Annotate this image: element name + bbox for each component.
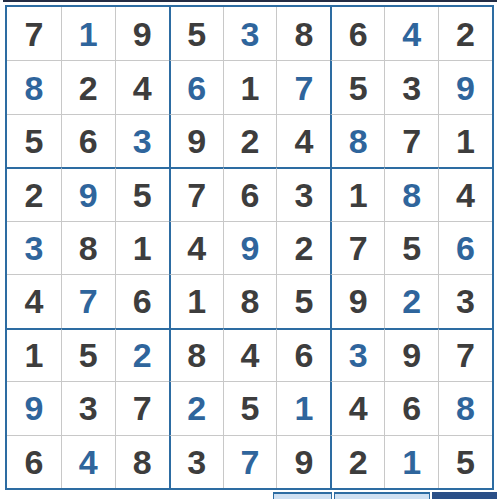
cell-r4c9[interactable]: 4 bbox=[438, 167, 492, 220]
cell-r3c6[interactable]: 4 bbox=[276, 114, 330, 167]
partial-button-right[interactable] bbox=[432, 492, 497, 499]
cell-r4c1[interactable]: 2 bbox=[7, 167, 61, 220]
cell-r6c3[interactable]: 6 bbox=[115, 274, 169, 327]
cell-r2c5[interactable]: 1 bbox=[223, 60, 277, 113]
cell-r4c8[interactable]: 8 bbox=[384, 167, 438, 220]
cell-r6c1[interactable]: 4 bbox=[7, 274, 61, 327]
cell-r5c3[interactable]: 1 bbox=[115, 221, 169, 274]
cell-r3c7[interactable]: 8 bbox=[330, 114, 384, 167]
cell-r1c2[interactable]: 1 bbox=[61, 7, 115, 60]
cell-r5c7[interactable]: 7 bbox=[330, 221, 384, 274]
cell-r5c9[interactable]: 6 bbox=[438, 221, 492, 274]
cell-r8c1[interactable]: 9 bbox=[7, 381, 61, 434]
cell-r7c9[interactable]: 7 bbox=[438, 328, 492, 381]
cell-r9c1[interactable]: 6 bbox=[7, 435, 61, 488]
cell-r6c6[interactable]: 5 bbox=[276, 274, 330, 327]
cell-r9c2[interactable]: 4 bbox=[61, 435, 115, 488]
cell-r3c4[interactable]: 9 bbox=[169, 114, 223, 167]
cell-r9c3[interactable]: 8 bbox=[115, 435, 169, 488]
partial-button-middle[interactable] bbox=[334, 492, 430, 499]
cell-r3c2[interactable]: 6 bbox=[61, 114, 115, 167]
cell-r9c7[interactable]: 2 bbox=[330, 435, 384, 488]
cell-r9c6[interactable]: 9 bbox=[276, 435, 330, 488]
cell-r7c4[interactable]: 8 bbox=[169, 328, 223, 381]
cell-r2c7[interactable]: 5 bbox=[330, 60, 384, 113]
cell-r5c1[interactable]: 3 bbox=[7, 221, 61, 274]
cell-r7c8[interactable]: 9 bbox=[384, 328, 438, 381]
cell-r2c1[interactable]: 8 bbox=[7, 60, 61, 113]
cell-r5c8[interactable]: 5 bbox=[384, 221, 438, 274]
cell-r2c9[interactable]: 9 bbox=[438, 60, 492, 113]
cell-r2c8[interactable]: 3 bbox=[384, 60, 438, 113]
cell-r3c9[interactable]: 1 bbox=[438, 114, 492, 167]
cell-r6c7[interactable]: 9 bbox=[330, 274, 384, 327]
cell-r5c4[interactable]: 4 bbox=[169, 221, 223, 274]
cell-r8c8[interactable]: 6 bbox=[384, 381, 438, 434]
cell-r6c5[interactable]: 8 bbox=[223, 274, 277, 327]
cell-r1c1[interactable]: 7 bbox=[7, 7, 61, 60]
cell-r5c2[interactable]: 8 bbox=[61, 221, 115, 274]
cell-r9c5[interactable]: 7 bbox=[223, 435, 277, 488]
cell-r1c4[interactable]: 5 bbox=[169, 7, 223, 60]
cell-r3c3[interactable]: 3 bbox=[115, 114, 169, 167]
cell-r4c3[interactable]: 5 bbox=[115, 167, 169, 220]
cell-r1c6[interactable]: 8 bbox=[276, 7, 330, 60]
cell-r5c6[interactable]: 2 bbox=[276, 221, 330, 274]
cell-r9c4[interactable]: 3 bbox=[169, 435, 223, 488]
cell-r1c5[interactable]: 3 bbox=[223, 7, 277, 60]
cell-r8c9[interactable]: 8 bbox=[438, 381, 492, 434]
cell-r7c3[interactable]: 2 bbox=[115, 328, 169, 381]
cell-r6c2[interactable]: 7 bbox=[61, 274, 115, 327]
cell-r2c4[interactable]: 6 bbox=[169, 60, 223, 113]
cell-r6c8[interactable]: 2 bbox=[384, 274, 438, 327]
cell-r2c6[interactable]: 7 bbox=[276, 60, 330, 113]
cell-r8c7[interactable]: 4 bbox=[330, 381, 384, 434]
cell-r9c9[interactable]: 5 bbox=[438, 435, 492, 488]
cell-r6c9[interactable]: 3 bbox=[438, 274, 492, 327]
cell-r7c6[interactable]: 6 bbox=[276, 328, 330, 381]
cell-r8c5[interactable]: 5 bbox=[223, 381, 277, 434]
cell-r6c4[interactable]: 1 bbox=[169, 274, 223, 327]
sudoku-screenshot: 7195386428246175395639248712957631843814… bbox=[0, 0, 500, 499]
cell-r3c8[interactable]: 7 bbox=[384, 114, 438, 167]
cell-r2c3[interactable]: 4 bbox=[115, 60, 169, 113]
cell-r1c9[interactable]: 2 bbox=[438, 7, 492, 60]
cell-r8c2[interactable]: 3 bbox=[61, 381, 115, 434]
cell-r1c3[interactable]: 9 bbox=[115, 7, 169, 60]
cell-r1c7[interactable]: 6 bbox=[330, 7, 384, 60]
cell-r7c5[interactable]: 4 bbox=[223, 328, 277, 381]
sudoku-board: 7195386428246175395639248712957631843814… bbox=[5, 5, 494, 490]
cell-r1c8[interactable]: 4 bbox=[384, 7, 438, 60]
cell-r4c5[interactable]: 6 bbox=[223, 167, 277, 220]
cell-r4c4[interactable]: 7 bbox=[169, 167, 223, 220]
cell-r8c3[interactable]: 7 bbox=[115, 381, 169, 434]
top-edge-cutoff-strip bbox=[3, 0, 497, 2]
cell-r7c2[interactable]: 5 bbox=[61, 328, 115, 381]
cell-r3c1[interactable]: 5 bbox=[7, 114, 61, 167]
cell-r4c7[interactable]: 1 bbox=[330, 167, 384, 220]
cell-r9c8[interactable]: 1 bbox=[384, 435, 438, 488]
cell-r7c1[interactable]: 1 bbox=[7, 328, 61, 381]
cell-r7c7[interactable]: 3 bbox=[330, 328, 384, 381]
cell-r5c5[interactable]: 9 bbox=[223, 221, 277, 274]
cell-r8c6[interactable]: 1 bbox=[276, 381, 330, 434]
cell-r2c2[interactable]: 2 bbox=[61, 60, 115, 113]
cell-r4c2[interactable]: 9 bbox=[61, 167, 115, 220]
partial-button-left[interactable] bbox=[273, 492, 332, 499]
cell-r4c6[interactable]: 3 bbox=[276, 167, 330, 220]
cell-r8c4[interactable]: 2 bbox=[169, 381, 223, 434]
cell-r3c5[interactable]: 2 bbox=[223, 114, 277, 167]
